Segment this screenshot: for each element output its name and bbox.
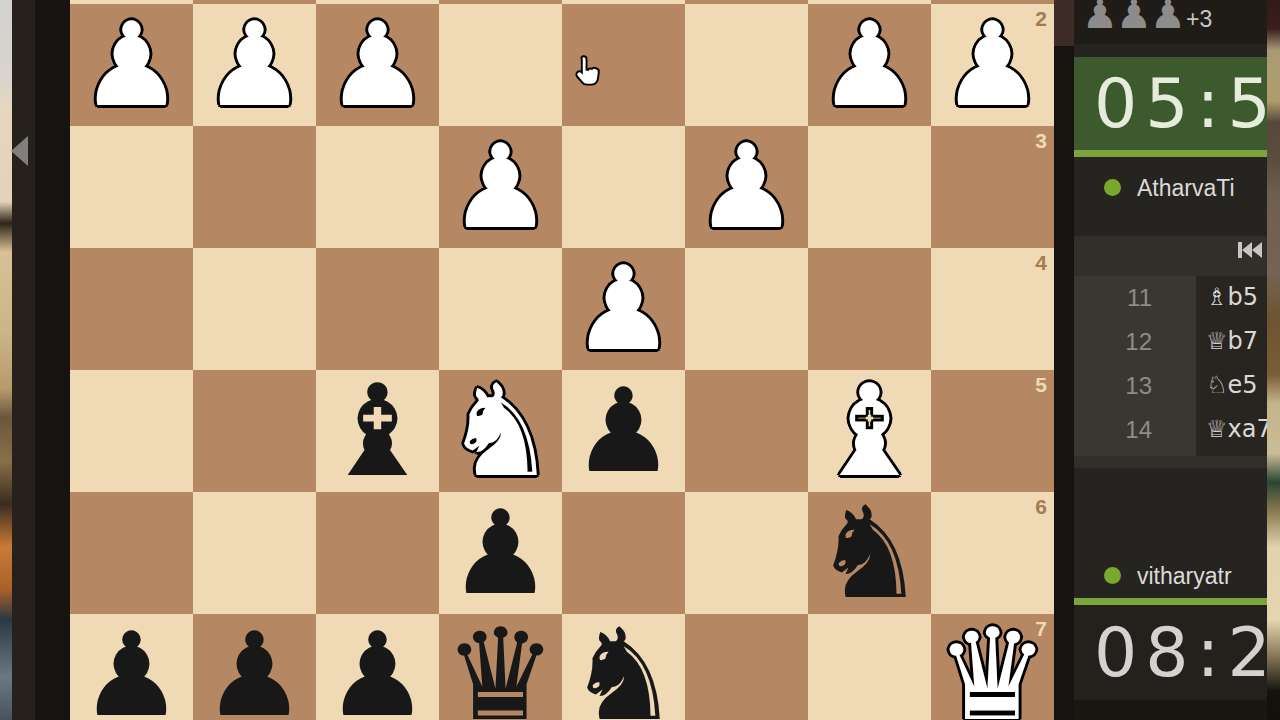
piece-black-P[interactable]: ♟ [572, 373, 676, 489]
captured-pawn-icon: ♟ [1150, 0, 1186, 34]
move-row-12: 12♕b7 [1074, 320, 1267, 364]
move-row-13: 13♘e5 [1074, 364, 1267, 408]
move-white-san[interactable]: ♕b7 [1206, 327, 1258, 355]
square-h2[interactable]: ♟ [70, 4, 193, 126]
move-white-san[interactable]: ♘e5 [1206, 371, 1258, 399]
move-number: 12 [1074, 328, 1152, 356]
game-sidebar: +3 ♟♟♟ 05:5 AtharvaTi 11♗b512♕b713♘e514♕… [1074, 0, 1267, 720]
square-a3[interactable]: 3 [931, 126, 1054, 248]
player-name: vitharyatr [1137, 563, 1232, 590]
opponent-player-row: AtharvaTi [1074, 168, 1267, 208]
player-clock-time: 08:2 [1074, 605, 1267, 700]
rank-label-6: 6 [1035, 495, 1047, 519]
square-c2[interactable] [685, 4, 808, 126]
square-h3[interactable] [70, 126, 193, 248]
square-b5[interactable]: ♝ [808, 370, 931, 492]
square-a5[interactable]: 5 [931, 370, 1054, 492]
piece-white-Q[interactable]: ♛ [936, 612, 1050, 720]
piece-black-N[interactable]: ♞ [567, 612, 681, 720]
opponent-clock: 05:5 [1074, 57, 1267, 150]
square-d5[interactable]: ♟ [562, 370, 685, 492]
move-rows: 11♗b512♕b713♘e514♕xa7 [1074, 276, 1267, 452]
piece-white-P[interactable]: ♟ [572, 251, 676, 367]
move-white-san[interactable]: ♕xa7 [1206, 415, 1267, 443]
player-clock-green-bar [1074, 598, 1267, 605]
square-b2[interactable]: ♟ [808, 4, 931, 126]
square-g7[interactable]: ♟ [193, 614, 316, 720]
square-a6[interactable]: 6 [931, 492, 1054, 614]
chess-board[interactable]: ♟♟♟♟♟2♟♟3♟4♝♞♟♝5♟♞6♟♟♟♛♞♛7 [70, 0, 1054, 720]
board-sidebar-gap-top [1054, 0, 1074, 46]
square-h7[interactable]: ♟ [70, 614, 193, 720]
square-g2[interactable]: ♟ [193, 4, 316, 126]
square-e5[interactable]: ♞ [439, 370, 562, 492]
rank-label-5: 5 [1035, 373, 1047, 397]
left-dark-strip [12, 0, 35, 720]
square-e4[interactable] [439, 248, 562, 370]
material-advantage: +3 [1186, 6, 1212, 33]
square-a7[interactable]: ♛7 [931, 614, 1054, 720]
move-white-san[interactable]: ♗b5 [1206, 283, 1258, 311]
square-b6[interactable]: ♞ [808, 492, 931, 614]
piece-white-N[interactable]: ♞ [444, 368, 558, 495]
sidebar-footer [1074, 700, 1267, 720]
square-b7[interactable] [808, 614, 931, 720]
opponent-name: AtharvaTi [1137, 175, 1235, 202]
square-f4[interactable] [316, 248, 439, 370]
piece-white-P[interactable]: ♟ [449, 129, 553, 245]
square-d7[interactable]: ♞ [562, 614, 685, 720]
piece-white-P[interactable]: ♟ [203, 7, 307, 123]
piece-white-P[interactable]: ♟ [80, 7, 184, 123]
square-d4[interactable]: ♟ [562, 248, 685, 370]
rank-label-3: 3 [1035, 129, 1047, 153]
square-b4[interactable] [808, 248, 931, 370]
rank-label-2: 2 [1035, 7, 1047, 31]
rank-label-7: 7 [1035, 617, 1047, 641]
piece-black-P[interactable]: ♟ [326, 617, 430, 720]
piece-white-P[interactable]: ♟ [818, 7, 922, 123]
captured-material-bar: +3 ♟♟♟ [1074, 0, 1267, 44]
player-clock: 08:2 [1074, 605, 1267, 700]
hand-pointer-cursor [573, 54, 601, 90]
piece-black-P[interactable]: ♟ [449, 495, 553, 611]
square-g4[interactable] [193, 248, 316, 370]
square-c6[interactable] [685, 492, 808, 614]
square-c4[interactable] [685, 248, 808, 370]
piece-white-B[interactable]: ♝ [813, 368, 927, 495]
square-h6[interactable] [70, 492, 193, 614]
left-video-sliver [0, 0, 12, 720]
square-a4[interactable]: 4 [931, 248, 1054, 370]
active-clock-green-bar [1074, 150, 1267, 157]
square-c3[interactable]: ♟ [685, 126, 808, 248]
square-e3[interactable]: ♟ [439, 126, 562, 248]
video-frame: ♟♟♟♟♟2♟♟3♟4♝♞♟♝5♟♞6♟♟♟♛♞♛7 +3 ♟♟♟ 05:5 A… [0, 0, 1280, 720]
square-c5[interactable] [685, 370, 808, 492]
square-d3[interactable] [562, 126, 685, 248]
rank-label-4: 4 [1035, 251, 1047, 275]
square-a2[interactable]: ♟2 [931, 4, 1054, 126]
move-number: 11 [1074, 284, 1152, 312]
piece-white-P[interactable]: ♟ [695, 129, 799, 245]
left-darker-strip [35, 0, 70, 720]
piece-black-Q[interactable]: ♛ [444, 612, 558, 720]
piece-black-P[interactable]: ♟ [80, 617, 184, 720]
online-dot [1104, 179, 1121, 196]
piece-black-B[interactable]: ♝ [321, 368, 435, 495]
square-g6[interactable] [193, 492, 316, 614]
captured-pawn-icon: ♟ [1116, 0, 1152, 34]
captured-pawn-icon: ♟ [1082, 0, 1118, 34]
move-row-11: 11♗b5 [1074, 276, 1267, 320]
piece-black-N[interactable]: ♞ [813, 490, 927, 617]
square-e6[interactable]: ♟ [439, 492, 562, 614]
square-f5[interactable]: ♝ [316, 370, 439, 492]
move-row-14: 14♕xa7 [1074, 408, 1267, 452]
player-row: vitharyatr [1074, 556, 1267, 596]
square-b3[interactable] [808, 126, 931, 248]
square-f2[interactable]: ♟ [316, 4, 439, 126]
move-number: 14 [1074, 416, 1152, 444]
square-c7[interactable] [685, 614, 808, 720]
square-h4[interactable] [70, 248, 193, 370]
square-d6[interactable] [562, 492, 685, 614]
piece-white-P[interactable]: ♟ [941, 7, 1045, 123]
square-g5[interactable] [193, 370, 316, 492]
square-g3[interactable] [193, 126, 316, 248]
online-dot [1104, 567, 1121, 584]
piece-white-P[interactable]: ♟ [326, 7, 430, 123]
move-number: 13 [1074, 372, 1152, 400]
skip-to-start-icon[interactable] [1238, 241, 1262, 259]
square-f6[interactable] [316, 492, 439, 614]
square-e7[interactable]: ♛ [439, 614, 562, 720]
right-video-sliver [1267, 0, 1280, 720]
move-list-panel: 11♗b512♕b713♘e514♕xa7 [1074, 236, 1267, 468]
square-e2[interactable] [439, 4, 562, 126]
chevron-left-icon [11, 136, 28, 166]
square-h5[interactable] [70, 370, 193, 492]
piece-black-P[interactable]: ♟ [203, 617, 307, 720]
opponent-clock-time: 05:5 [1074, 57, 1267, 150]
board-sidebar-gap [1054, 0, 1074, 720]
square-f3[interactable] [316, 126, 439, 248]
square-f7[interactable]: ♟ [316, 614, 439, 720]
